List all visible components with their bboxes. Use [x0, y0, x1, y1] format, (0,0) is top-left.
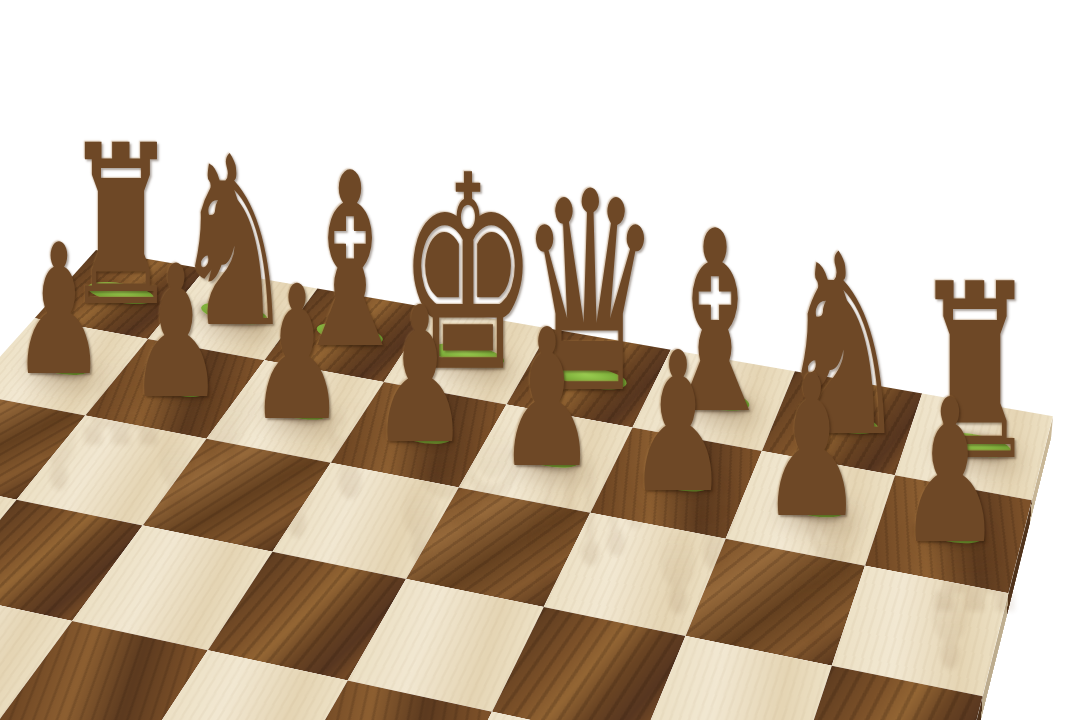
board-square: [865, 475, 1032, 593]
piece-reflection: ♝: [603, 349, 827, 599]
chess-board: [0, 250, 1053, 720]
piece-pawn: ♟: [94, 241, 258, 424]
board-right-edge: [794, 416, 1053, 720]
board-square: [434, 712, 641, 720]
board-square: [459, 404, 633, 512]
product-photo: ♜♜♞♞♝♝♚♚♛♛♝♝♞♞♜♜♟♟♟♟♟♟♟♟♟♟♟♟♟♟♟♟ Angled …: [0, 0, 1080, 720]
board-square: [795, 666, 983, 720]
board-square: [143, 439, 331, 552]
piece-bishop: ♝: [242, 142, 458, 382]
felt-base: [200, 298, 269, 328]
piece-king: ♚: [348, 140, 589, 409]
piece-pawn: ♟: [214, 262, 380, 447]
board-square: [832, 566, 1009, 697]
board-square: [633, 350, 795, 451]
board-square: [0, 500, 143, 621]
board-square: [726, 451, 895, 566]
board-square: [283, 681, 492, 720]
felt-base: [145, 374, 208, 401]
felt-base: [552, 360, 628, 393]
felt-base: [514, 443, 580, 472]
piece-reflection: ♚: [348, 301, 589, 570]
piece-reflection: ♝: [242, 286, 458, 526]
board-square: [384, 308, 550, 404]
piece-queen: ♛: [466, 156, 713, 432]
board-square: [35, 250, 206, 339]
piece-reflection: ♟: [94, 351, 258, 534]
board-square: [0, 593, 72, 720]
felt-base: [265, 396, 329, 424]
board-square: [348, 579, 544, 712]
board-scene: [0, 0, 1080, 720]
board-square: [762, 371, 922, 475]
felt-base: [388, 419, 453, 447]
board-square: [72, 525, 272, 650]
board-square: [17, 416, 207, 526]
piece-reflection: ♟: [462, 419, 633, 610]
piece-reflection: ♟: [591, 443, 764, 636]
felt-base: [644, 467, 711, 496]
piece-pawn: ♟: [724, 350, 900, 546]
piece-rook: ♜: [22, 116, 220, 337]
board-square: [0, 621, 208, 720]
piece-rook: ♜: [867, 251, 1080, 493]
board-square: [895, 393, 1053, 500]
pieces-layer: ♜♜♞♞♝♝♚♚♛♛♝♝♞♞♜♜♟♟♟♟♟♟♟♟♟♟♟♟♟♟♟♟: [0, 0, 1080, 720]
board-square: [0, 318, 148, 415]
board-square: [272, 463, 458, 579]
board-square: [206, 360, 383, 463]
felt-base: [807, 406, 881, 438]
piece-reflection: ♞: [129, 266, 339, 500]
piece-reflection: ♟: [214, 373, 380, 558]
felt-base: [916, 518, 984, 548]
felt-base: [937, 429, 1014, 462]
board-square: [85, 339, 264, 439]
board-square: [0, 475, 17, 593]
board-square: [148, 269, 317, 360]
board-square: [507, 329, 671, 428]
piece-knight: ♞: [129, 126, 339, 360]
piece-pawn: ♟: [591, 327, 764, 520]
piece-knight: ♞: [731, 222, 955, 472]
board-square: [544, 513, 726, 636]
felt-base: [86, 278, 156, 308]
piece-pawn: ♟: [462, 304, 633, 495]
piece-reflection: ♟: [724, 467, 900, 663]
board-square: [590, 427, 762, 538]
piece-reflection: ♜: [22, 249, 220, 470]
board-square: [208, 552, 406, 681]
piece-reflection: ♟: [861, 493, 1039, 692]
board-square: [331, 382, 507, 487]
piece-pawn: ♟: [336, 283, 505, 471]
board-square: [0, 393, 85, 500]
felt-base: [315, 319, 385, 349]
piece-reflection: ♞: [731, 372, 955, 622]
felt-base: [778, 492, 845, 521]
board-square: [492, 607, 686, 720]
piece-pawn: ♟: [0, 221, 140, 402]
board-square: [264, 288, 432, 382]
piece-reflection: ♛: [466, 321, 713, 597]
felt-base: [28, 352, 90, 379]
board-square: [686, 539, 865, 666]
piece-bishop: ♝: [603, 199, 827, 449]
board-square: [136, 650, 348, 720]
piece-reflection: ♜: [867, 397, 1080, 639]
board-square: [406, 487, 590, 607]
felt-base: [431, 339, 506, 372]
piece-reflection: ♟: [336, 396, 505, 584]
board-square: [641, 636, 832, 720]
piece-pawn: ♟: [861, 373, 1039, 572]
piece-reflection: ♟: [0, 329, 140, 510]
felt-base: [679, 383, 752, 415]
